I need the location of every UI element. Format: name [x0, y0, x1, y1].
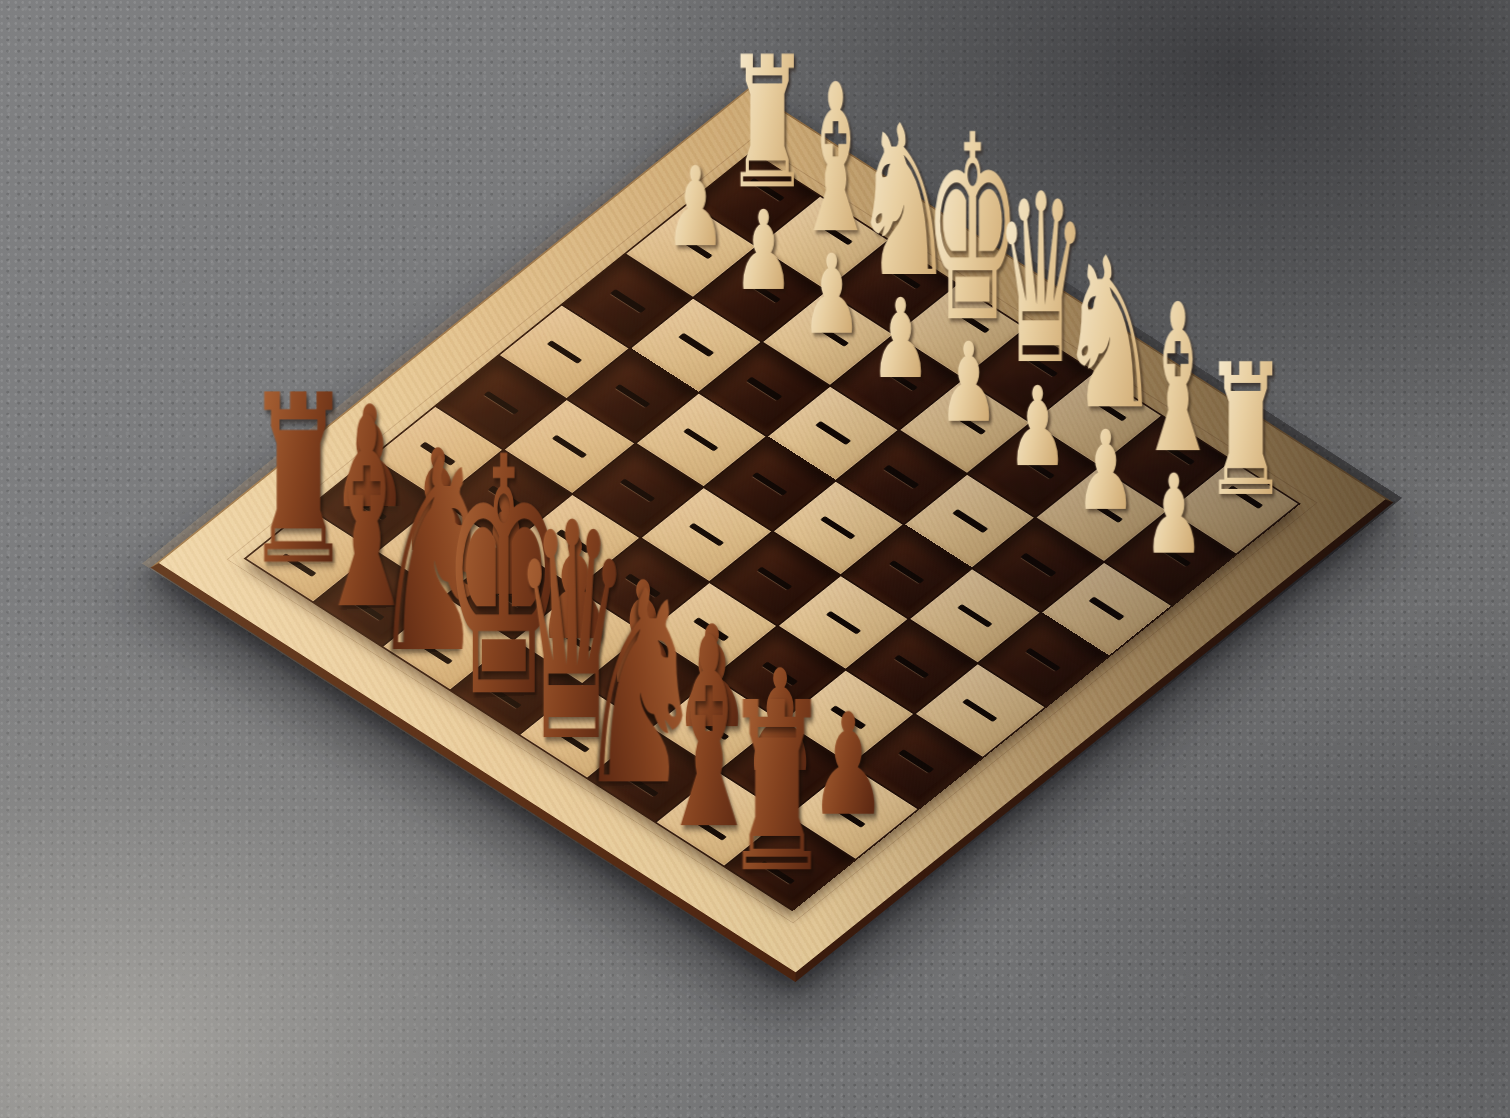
piece-slot	[678, 333, 714, 357]
piece-slot	[962, 699, 998, 723]
piece-slot	[747, 377, 783, 401]
piece-slot	[825, 611, 861, 635]
piece-slot	[899, 749, 935, 773]
piece-slot	[894, 655, 930, 679]
square-b3[interactable]	[974, 519, 1103, 612]
photo-scene: ♜♝♞♚♛♞♝♜♟♟♟♟♟♟♟♟♟♟♟♟♟♟♟♟♜♝♞♚♛♞♝♜	[0, 0, 1510, 1118]
piece-slot	[815, 421, 851, 445]
piece-white-pawn-a2[interactable]: ♟	[1143, 460, 1204, 570]
piece-white-pawn-h2[interactable]: ♟	[664, 153, 725, 263]
piece-white-pawn-c2[interactable]: ♟	[1006, 372, 1067, 482]
piece-slot	[1089, 597, 1125, 621]
piece-slot	[889, 560, 925, 584]
piece-slot	[952, 509, 988, 533]
piece-slot	[683, 428, 719, 452]
piece-white-pawn-d2[interactable]: ♟	[938, 328, 999, 438]
chess-board: ♜♝♞♚♛♞♝♜♟♟♟♟♟♟♟♟♟♟♟♟♟♟♟♟♜♝♞♚♛♞♝♜	[151, 88, 1394, 982]
piece-white-pawn-f2[interactable]: ♟	[801, 241, 862, 351]
piece-white-pawn-e2[interactable]: ♟	[869, 284, 930, 394]
piece-slot	[820, 516, 856, 540]
piece-white-rook-a1[interactable]: ♜	[1203, 340, 1288, 522]
board-grid: ♜♝♞♚♛♞♝♜♟♟♟♟♟♟♟♟♟♟♟♟♟♟♟♟♜♝♞♚♛♞♝♜	[246, 153, 1297, 909]
piece-slot	[1025, 648, 1061, 672]
piece-slot	[610, 289, 646, 313]
piece-slot	[752, 472, 788, 496]
piece-slot	[957, 604, 993, 628]
piece-slot	[546, 340, 582, 364]
piece-slot	[884, 465, 920, 489]
piece-white-pawn-b2[interactable]: ♟	[1075, 416, 1136, 526]
piece-slot	[1020, 553, 1056, 577]
piece-white-pawn-g2[interactable]: ♟	[733, 197, 794, 307]
piece-black-rook-a8[interactable]: ♜	[723, 672, 832, 905]
piece-slot	[615, 384, 651, 408]
